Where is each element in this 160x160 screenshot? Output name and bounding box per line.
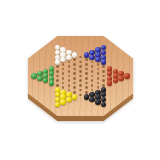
marble-red[interactable]	[113, 78, 118, 83]
hole[interactable]	[73, 63, 76, 66]
hole[interactable]	[73, 86, 76, 89]
marble-red[interactable]	[118, 76, 123, 81]
board-surface	[28, 36, 133, 116]
marble-yellow[interactable]	[66, 97, 71, 102]
hole[interactable]	[85, 91, 88, 94]
hole[interactable]	[97, 82, 100, 85]
hole[interactable]	[73, 82, 76, 85]
marble-black[interactable]	[84, 94, 89, 99]
marble-green[interactable]	[31, 73, 36, 78]
hole[interactable]	[85, 58, 88, 61]
marble-red[interactable]	[107, 80, 112, 85]
hole[interactable]	[79, 89, 82, 92]
hole[interactable]	[91, 89, 94, 92]
hole[interactable]	[97, 72, 100, 75]
marble-blue[interactable]	[84, 52, 89, 57]
marble-blue[interactable]	[95, 57, 100, 62]
hole[interactable]	[73, 77, 76, 80]
marble-yellow[interactable]	[55, 102, 60, 107]
hole[interactable]	[56, 79, 59, 82]
hole[interactable]	[102, 79, 105, 82]
hole[interactable]	[79, 70, 82, 73]
hole[interactable]	[102, 65, 105, 68]
hole[interactable]	[62, 82, 65, 85]
hole[interactable]	[62, 68, 65, 71]
hole[interactable]	[91, 84, 94, 87]
hole[interactable]	[68, 65, 71, 68]
marble-blue[interactable]	[101, 59, 106, 64]
marble-white[interactable]	[55, 59, 60, 64]
hole[interactable]	[56, 65, 59, 68]
marble-green[interactable]	[37, 76, 42, 81]
hole[interactable]	[85, 72, 88, 75]
marble-yellow[interactable]	[60, 99, 65, 104]
hole[interactable]	[68, 79, 71, 82]
hole[interactable]	[62, 72, 65, 75]
marble-black[interactable]	[101, 102, 106, 107]
hole[interactable]	[91, 65, 94, 68]
hole[interactable]	[85, 86, 88, 89]
hole[interactable]	[91, 70, 94, 73]
hole[interactable]	[102, 84, 105, 87]
hole[interactable]	[56, 70, 59, 73]
hole[interactable]	[85, 82, 88, 85]
hole[interactable]	[97, 63, 100, 66]
marble-white[interactable]	[66, 55, 71, 60]
hole[interactable]	[79, 65, 82, 68]
hole[interactable]	[85, 77, 88, 80]
hole[interactable]	[97, 68, 100, 71]
hole[interactable]	[68, 61, 71, 64]
hole[interactable]	[73, 68, 76, 71]
marble-green[interactable]	[49, 80, 54, 85]
marble-red[interactable]	[124, 73, 129, 78]
hole[interactable]	[91, 61, 94, 64]
hole[interactable]	[73, 91, 76, 94]
hole[interactable]	[79, 84, 82, 87]
photo-background	[0, 0, 160, 160]
hole[interactable]	[79, 61, 82, 64]
hole[interactable]	[68, 89, 71, 92]
hole[interactable]	[68, 75, 71, 78]
hole[interactable]	[102, 75, 105, 78]
chinese-checkers-board	[28, 36, 133, 121]
hole[interactable]	[73, 58, 76, 61]
marble-black[interactable]	[95, 99, 100, 104]
hole[interactable]	[79, 56, 82, 59]
marble-blue[interactable]	[89, 55, 94, 60]
marble-black[interactable]	[89, 97, 94, 102]
hole[interactable]	[91, 79, 94, 82]
hole[interactable]	[97, 77, 100, 80]
hole[interactable]	[97, 86, 100, 89]
marble-white[interactable]	[60, 57, 65, 62]
hole[interactable]	[56, 75, 59, 78]
hole[interactable]	[62, 63, 65, 66]
marble-yellow[interactable]	[72, 94, 77, 99]
hole[interactable]	[79, 94, 82, 97]
hole[interactable]	[56, 84, 59, 87]
marble-white[interactable]	[72, 52, 77, 57]
hole[interactable]	[79, 75, 82, 78]
hole[interactable]	[102, 70, 105, 73]
hole[interactable]	[68, 84, 71, 87]
hole[interactable]	[79, 79, 82, 82]
hole[interactable]	[91, 75, 94, 78]
hole[interactable]	[62, 86, 65, 89]
hole[interactable]	[85, 68, 88, 71]
marble-green[interactable]	[43, 78, 48, 83]
hole[interactable]	[62, 77, 65, 80]
hole[interactable]	[85, 63, 88, 66]
hole[interactable]	[73, 72, 76, 75]
hole[interactable]	[68, 70, 71, 73]
